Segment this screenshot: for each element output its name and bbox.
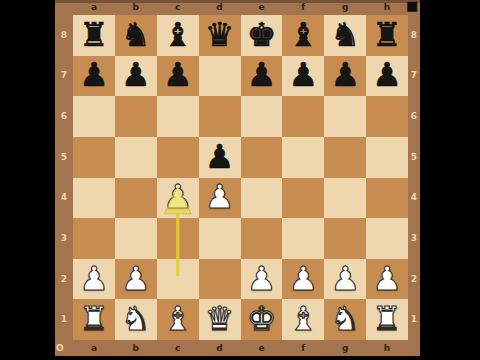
square-f7[interactable]: ♟	[282, 56, 324, 97]
square-e7[interactable]: ♟	[241, 56, 283, 97]
square-c8[interactable]: ♝	[157, 15, 199, 56]
file-label-h-bottom-text: h	[384, 344, 390, 353]
black-pawn[interactable]: ♟	[121, 58, 151, 91]
white-king[interactable]: ♚	[247, 302, 277, 335]
square-a8[interactable]: ♜	[73, 15, 115, 56]
black-knight[interactable]: ♞	[330, 18, 360, 51]
square-f1[interactable]: ♝	[282, 299, 324, 340]
file-label-e-top-text: e	[258, 3, 264, 12]
square-d2[interactable]	[199, 259, 241, 300]
file-label-b-bottom-text: b	[133, 344, 139, 353]
file-label-g-bottom-text: g	[342, 344, 348, 353]
file-label-c-top-text: c	[175, 3, 180, 12]
square-e3[interactable]	[241, 218, 283, 259]
file-label-f-bottom-text: f	[301, 344, 305, 353]
rank-label-1-left-text: 1	[61, 315, 67, 324]
square-d8[interactable]: ♛	[199, 15, 241, 56]
file-label-d-bottom: d	[199, 340, 241, 356]
rank-label-5-left: 5	[55, 137, 73, 178]
square-b1[interactable]: ♞	[115, 299, 157, 340]
square-c1[interactable]: ♝	[157, 299, 199, 340]
square-d3[interactable]	[199, 218, 241, 259]
white-queen[interactable]: ♛	[205, 302, 235, 335]
white-knight[interactable]: ♞	[330, 302, 360, 335]
menu-icon[interactable]: ■	[406, 0, 418, 12]
square-e2[interactable]: ♟	[241, 259, 283, 300]
file-label-f-bottom: f	[282, 340, 324, 356]
file-label-a-top-text: a	[91, 3, 97, 12]
square-f6[interactable]	[282, 96, 324, 137]
square-h6[interactable]	[366, 96, 408, 137]
black-bishop[interactable]: ♝	[289, 18, 319, 51]
rank-label-1-left: 1	[55, 299, 73, 340]
file-label-d-top: d	[199, 0, 241, 15]
square-c4[interactable]: ♟	[157, 178, 199, 219]
flip-board-icon[interactable]: O	[56, 344, 64, 353]
square-g1[interactable]: ♞	[324, 299, 366, 340]
file-label-f-top: f	[282, 0, 324, 15]
black-pawn[interactable]: ♟	[163, 58, 193, 91]
square-b4[interactable]	[115, 178, 157, 219]
rank-label-2-right: 2	[408, 259, 420, 300]
square-c5[interactable]	[157, 137, 199, 178]
rank-label-8-right-text: 8	[411, 31, 417, 40]
file-label-b-top-text: b	[133, 3, 139, 12]
black-queen[interactable]: ♛	[205, 18, 235, 51]
square-g8[interactable]: ♞	[324, 15, 366, 56]
square-h1[interactable]: ♜	[366, 299, 408, 340]
square-a7[interactable]: ♟	[73, 56, 115, 97]
square-d4[interactable]: ♟	[199, 178, 241, 219]
black-pawn[interactable]: ♟	[330, 58, 360, 91]
square-a2[interactable]: ♟	[73, 259, 115, 300]
black-rook[interactable]: ♜	[372, 18, 402, 51]
black-bishop[interactable]: ♝	[163, 18, 193, 51]
black-pawn[interactable]: ♟	[289, 58, 319, 91]
file-label-e-bottom-text: e	[258, 344, 264, 353]
square-g4[interactable]	[324, 178, 366, 219]
white-bishop[interactable]: ♝	[163, 302, 193, 335]
square-e4[interactable]	[241, 178, 283, 219]
square-h4[interactable]	[366, 178, 408, 219]
rank-label-8-left: 8	[55, 15, 73, 56]
square-b3[interactable]	[115, 218, 157, 259]
file-label-c-bottom: c	[157, 340, 199, 356]
rank-label-5-right-text: 5	[411, 153, 417, 162]
square-h2[interactable]: ♟	[366, 259, 408, 300]
square-c2[interactable]	[157, 259, 199, 300]
frame-corner-top-left	[55, 0, 73, 15]
black-pawn[interactable]: ♟	[205, 140, 235, 173]
black-knight[interactable]: ♞	[121, 18, 151, 51]
rank-label-3-right: 3	[408, 218, 420, 259]
square-b6[interactable]	[115, 96, 157, 137]
square-a4[interactable]	[73, 178, 115, 219]
square-a5[interactable]	[73, 137, 115, 178]
rank-label-5-right: 5	[408, 137, 420, 178]
chess-board: abcdefgh8♜♞♝♛♚♝♞♜87♟♟♟♟♟♟♟7665♟54♟♟4332♟…	[55, 0, 420, 356]
white-knight[interactable]: ♞	[121, 302, 151, 335]
square-b5[interactable]	[115, 137, 157, 178]
white-pawn[interactable]: ♟	[121, 262, 151, 295]
square-g6[interactable]	[324, 96, 366, 137]
square-e8[interactable]: ♚	[241, 15, 283, 56]
square-b7[interactable]: ♟	[115, 56, 157, 97]
rank-label-4-right: 4	[408, 178, 420, 219]
rank-label-3-left-text: 3	[61, 234, 67, 243]
square-h5[interactable]	[366, 137, 408, 178]
file-label-g-bottom: g	[324, 340, 366, 356]
rank-label-2-left-text: 2	[61, 275, 67, 284]
rank-label-8-right: 8	[408, 15, 420, 56]
rank-label-7-left-text: 7	[61, 71, 67, 80]
file-label-h-top-text: h	[384, 3, 390, 12]
square-b2[interactable]: ♟	[115, 259, 157, 300]
file-label-a-bottom-text: a	[91, 344, 97, 353]
rank-label-3-right-text: 3	[411, 234, 417, 243]
square-f2[interactable]: ♟	[282, 259, 324, 300]
rank-label-3-left: 3	[55, 218, 73, 259]
rank-label-6-right: 6	[408, 96, 420, 137]
white-pawn[interactable]: ♟	[372, 262, 402, 295]
file-label-d-bottom-text: d	[216, 344, 222, 353]
rank-label-2-left: 2	[55, 259, 73, 300]
file-label-c-bottom-text: c	[175, 344, 180, 353]
square-d5[interactable]: ♟	[199, 137, 241, 178]
white-bishop[interactable]: ♝	[289, 302, 319, 335]
file-label-h-bottom: h	[366, 340, 408, 356]
file-label-a-bottom: a	[73, 340, 115, 356]
rank-label-8-left-text: 8	[61, 31, 67, 40]
rank-label-5-left-text: 5	[61, 153, 67, 162]
square-g5[interactable]	[324, 137, 366, 178]
square-e5[interactable]	[241, 137, 283, 178]
rank-label-1-right: 1	[408, 299, 420, 340]
square-f5[interactable]	[282, 137, 324, 178]
rank-label-7-left: 7	[55, 56, 73, 97]
rank-label-1-right-text: 1	[411, 315, 417, 324]
square-a1[interactable]: ♜	[73, 299, 115, 340]
black-pawn[interactable]: ♟	[247, 58, 277, 91]
square-c6[interactable]	[157, 96, 199, 137]
file-label-g-top: g	[324, 0, 366, 15]
square-f4[interactable]	[282, 178, 324, 219]
square-h8[interactable]: ♜	[366, 15, 408, 56]
rank-label-6-left: 6	[55, 96, 73, 137]
square-f8[interactable]: ♝	[282, 15, 324, 56]
square-a6[interactable]	[73, 96, 115, 137]
rank-label-2-right-text: 2	[411, 275, 417, 284]
white-pawn[interactable]: ♟	[163, 180, 193, 213]
black-pawn[interactable]: ♟	[79, 58, 109, 91]
square-g7[interactable]: ♟	[324, 56, 366, 97]
black-rook[interactable]: ♜	[79, 18, 109, 51]
square-c3[interactable]	[157, 218, 199, 259]
file-label-e-top: e	[241, 0, 283, 15]
white-rook[interactable]: ♜	[79, 302, 109, 335]
square-g2[interactable]: ♟	[324, 259, 366, 300]
white-pawn[interactable]: ♟	[205, 180, 235, 213]
rank-label-7-right: 7	[408, 56, 420, 97]
square-e6[interactable]	[241, 96, 283, 137]
file-label-g-top-text: g	[342, 3, 348, 12]
square-a3[interactable]	[73, 218, 115, 259]
file-label-b-top: b	[115, 0, 157, 15]
white-pawn[interactable]: ♟	[330, 262, 360, 295]
frame-corner-bottom-right	[408, 340, 420, 356]
square-f3[interactable]	[282, 218, 324, 259]
file-label-c-top: c	[157, 0, 199, 15]
black-king[interactable]: ♚	[247, 18, 277, 51]
square-d1[interactable]: ♛	[199, 299, 241, 340]
black-pawn[interactable]: ♟	[372, 58, 402, 91]
file-label-a-top: a	[73, 0, 115, 15]
file-label-d-top-text: d	[216, 3, 222, 12]
square-g3[interactable]	[324, 218, 366, 259]
square-d6[interactable]	[199, 96, 241, 137]
rank-label-7-right-text: 7	[411, 71, 417, 80]
video-frame: abcdefgh8♜♞♝♛♚♝♞♜87♟♟♟♟♟♟♟7665♟54♟♟4332♟…	[0, 0, 480, 360]
square-d7[interactable]	[199, 56, 241, 97]
rank-label-4-left: 4	[55, 178, 73, 219]
square-b8[interactable]: ♞	[115, 15, 157, 56]
rank-label-6-right-text: 6	[411, 112, 417, 121]
white-pawn[interactable]: ♟	[289, 262, 319, 295]
square-c7[interactable]: ♟	[157, 56, 199, 97]
rank-label-6-left-text: 6	[61, 112, 67, 121]
file-label-f-top-text: f	[301, 3, 305, 12]
square-e1[interactable]: ♚	[241, 299, 283, 340]
file-label-b-bottom: b	[115, 340, 157, 356]
white-pawn[interactable]: ♟	[79, 262, 109, 295]
file-label-h-top: h	[366, 0, 408, 15]
rank-label-4-right-text: 4	[411, 193, 417, 202]
square-h7[interactable]: ♟	[366, 56, 408, 97]
rank-label-4-left-text: 4	[61, 193, 67, 202]
white-pawn[interactable]: ♟	[247, 262, 277, 295]
file-label-e-bottom: e	[241, 340, 283, 356]
square-h3[interactable]	[366, 218, 408, 259]
white-rook[interactable]: ♜	[372, 302, 402, 335]
